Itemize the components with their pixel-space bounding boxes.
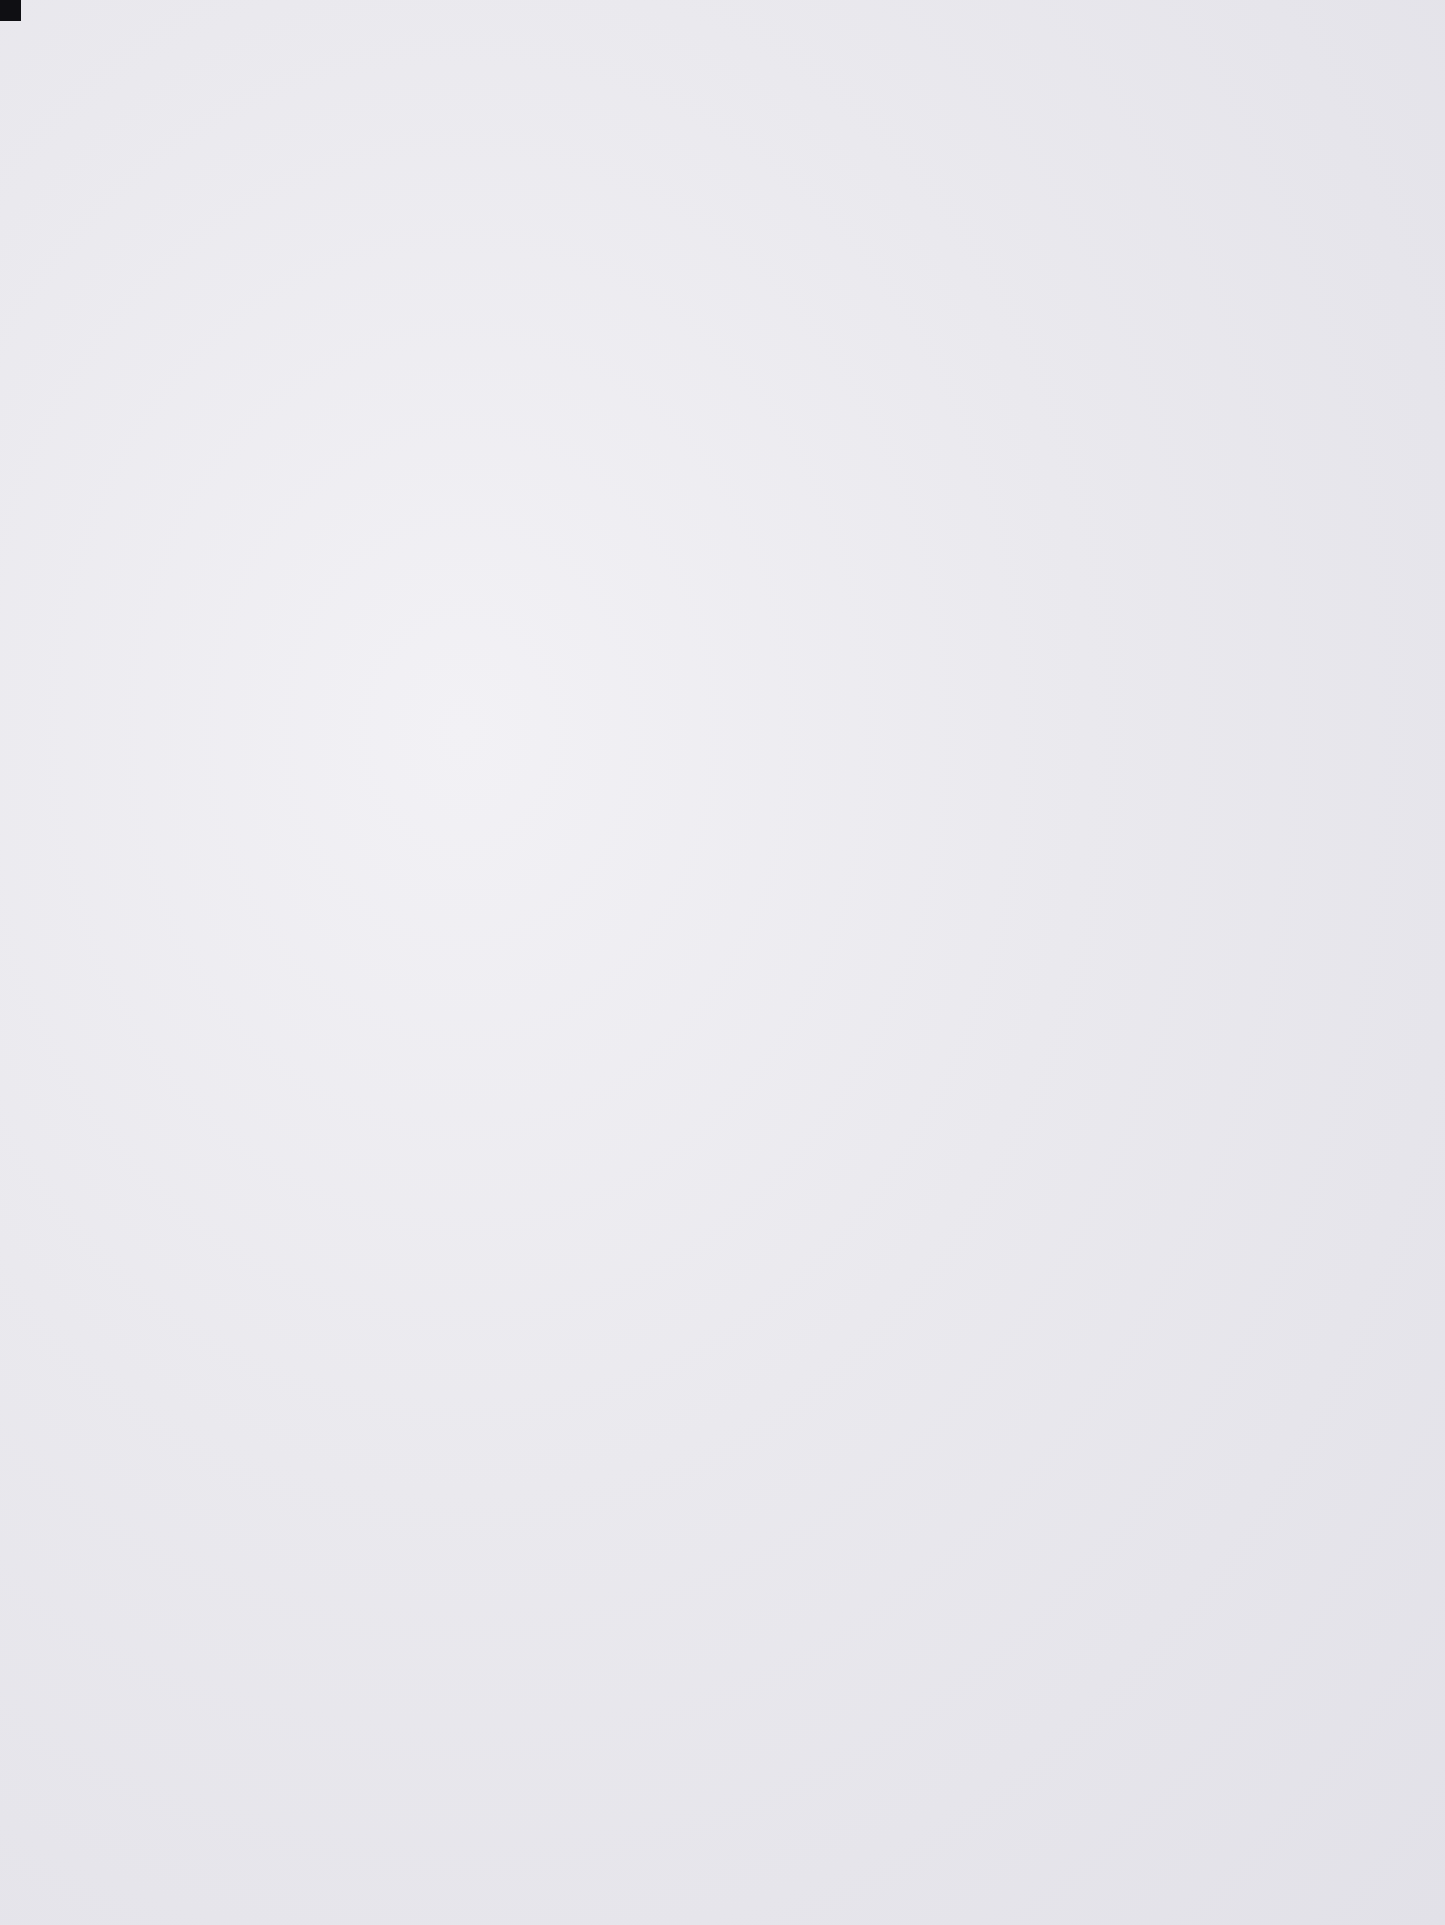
table-surface	[0, 0, 1445, 1925]
board-grid	[0, 0, 21, 21]
scene	[0, 0, 1445, 1925]
